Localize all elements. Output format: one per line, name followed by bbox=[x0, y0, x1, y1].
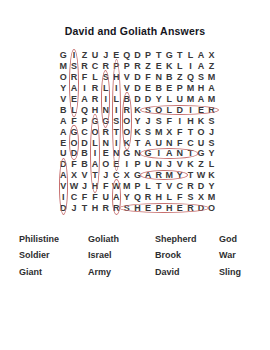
grid-cell-r14c13: S bbox=[185, 192, 196, 203]
grid-cell-r8c6: T bbox=[111, 126, 122, 137]
grid-cell-r2c9: Z bbox=[143, 61, 154, 72]
grid-cell-r2c7: P bbox=[122, 61, 133, 72]
grid-cell-r15c5: R bbox=[100, 202, 111, 213]
grid-cell-r8c7: O bbox=[122, 126, 133, 137]
grid-cell-r10c14: G bbox=[196, 148, 207, 159]
grid-cell-r3c3: F bbox=[79, 72, 90, 83]
grid-cell-r14c8: Q bbox=[132, 192, 143, 203]
grid-cell-r6c7: R bbox=[122, 104, 133, 115]
grid-cell-r8c12: F bbox=[175, 126, 186, 137]
grid-cell-r14c15: M bbox=[206, 192, 217, 203]
word-list-column-2: GoliathIsraelArmy bbox=[88, 231, 119, 280]
grid-cell-r5c4: R bbox=[90, 94, 101, 105]
grid-cell-r3c14: S bbox=[196, 72, 207, 83]
grid-cell-r14c12: F bbox=[175, 192, 186, 203]
word-list-item-sling: Sling bbox=[219, 264, 241, 280]
grid-cell-r5c11: L bbox=[164, 94, 175, 105]
grid-cell-r4c15: A bbox=[206, 83, 217, 94]
word-list-item-israel: Israel bbox=[88, 247, 119, 263]
grid-cell-r4c9: E bbox=[143, 83, 154, 94]
grid-cell-r2c10: E bbox=[153, 61, 164, 72]
grid-cell-r4c3: I bbox=[79, 83, 90, 94]
grid-cell-r9c13: C bbox=[185, 137, 196, 148]
grid-cell-r14c5: U bbox=[100, 192, 111, 203]
word-list-column-3: ShepherdBrookDavid bbox=[155, 231, 197, 280]
grid-cell-r9c1: E bbox=[58, 137, 69, 148]
grid-cell-r12c12: Y bbox=[175, 170, 186, 181]
grid-cell-r4c13: M bbox=[185, 83, 196, 94]
grid-cell-r6c10: O bbox=[153, 104, 164, 115]
grid-cell-r12c2: X bbox=[69, 170, 80, 181]
grid-cell-r7c3: P bbox=[79, 115, 90, 126]
grid-cell-r9c10: U bbox=[153, 137, 164, 148]
grid-cell-r2c1: M bbox=[58, 61, 69, 72]
grid-cell-r3c15: M bbox=[206, 72, 217, 83]
word-search-board: GIZUJEQDPTGTLAXMSRCRPPRZEKLIAZORFLSHVDFN… bbox=[58, 50, 217, 214]
grid-cell-r11c6: E bbox=[111, 159, 122, 170]
word-list-item-philistine: Philistine bbox=[19, 231, 59, 247]
grid-cell-r1c6: E bbox=[111, 50, 122, 61]
grid-cell-r1c2: I bbox=[69, 50, 80, 61]
grid-cell-r3c9: F bbox=[143, 72, 154, 83]
grid-cell-r6c3: Q bbox=[79, 104, 90, 115]
grid-cell-r3c12: Z bbox=[175, 72, 186, 83]
grid-cell-r15c15: O bbox=[206, 202, 217, 213]
grid-cell-r8c9: S bbox=[143, 126, 154, 137]
grid-cell-r13c12: C bbox=[175, 181, 186, 192]
word-list-item-goliath: Goliath bbox=[88, 231, 119, 247]
grid-cell-r6c6: I bbox=[111, 104, 122, 115]
grid-cell-r15c14: D bbox=[196, 202, 207, 213]
grid-cell-r5c2: E bbox=[69, 94, 80, 105]
grid-cell-r2c15: Z bbox=[206, 61, 217, 72]
grid-cell-r10c12: N bbox=[175, 148, 186, 159]
grid-cell-r11c14: Z bbox=[196, 159, 207, 170]
grid-cell-r14c6: A bbox=[111, 192, 122, 203]
grid-cell-r7c2: F bbox=[69, 115, 80, 126]
grid-cell-r9c14: U bbox=[196, 137, 207, 148]
grid-cell-r2c8: R bbox=[132, 61, 143, 72]
grid-cell-r5c13: M bbox=[185, 94, 196, 105]
grid-cell-r13c9: L bbox=[143, 181, 154, 192]
grid-cell-r9c8: T bbox=[132, 137, 143, 148]
word-list-item-god: God bbox=[219, 231, 241, 247]
grid-cell-r7c13: H bbox=[185, 115, 196, 126]
grid-cell-r15c4: H bbox=[90, 202, 101, 213]
grid-cell-r7c5: G bbox=[100, 115, 111, 126]
grid-cell-r1c8: D bbox=[132, 50, 143, 61]
grid-cell-r11c15: L bbox=[206, 159, 217, 170]
grid-cell-r1c5: J bbox=[100, 50, 111, 61]
grid-cell-r12c1: A bbox=[58, 170, 69, 181]
grid-cell-r7c10: S bbox=[153, 115, 164, 126]
grid-cell-r8c13: T bbox=[185, 126, 196, 137]
grid-cell-r10c15: Y bbox=[206, 148, 217, 159]
grid-cell-r11c5: O bbox=[100, 159, 111, 170]
grid-cell-r15c3: T bbox=[79, 202, 90, 213]
grid-cell-r3c11: B bbox=[164, 72, 175, 83]
grid-cell-r14c2: C bbox=[69, 192, 80, 203]
grid-cell-r12c6: C bbox=[111, 170, 122, 181]
page-title: David and Goliath Answers bbox=[0, 25, 270, 37]
worksheet-page: David and Goliath Answers GIZUJEQDPTGTLA… bbox=[0, 0, 270, 350]
grid-cell-r10c8: N bbox=[132, 148, 143, 159]
grid-cell-r11c9: U bbox=[143, 159, 154, 170]
word-list-item-brook: Brook bbox=[155, 247, 197, 263]
grid-cell-r8c3: C bbox=[79, 126, 90, 137]
grid-cell-r2c2: S bbox=[69, 61, 80, 72]
grid-cell-r10c6: N bbox=[111, 148, 122, 159]
grid-cell-r15c10: P bbox=[153, 202, 164, 213]
grid-cell-r13c11: V bbox=[164, 181, 175, 192]
grid-cell-r15c1: D bbox=[58, 202, 69, 213]
grid-cell-r2c13: I bbox=[185, 61, 196, 72]
grid-cell-r2c12: L bbox=[175, 61, 186, 72]
grid-cell-r5c10: Y bbox=[153, 94, 164, 105]
grid-cell-r14c14: X bbox=[196, 192, 207, 203]
grid-cell-r15c9: E bbox=[143, 202, 154, 213]
word-list-item-giant: Giant bbox=[19, 264, 59, 280]
grid-cell-r8c8: K bbox=[132, 126, 143, 137]
grid-cell-r11c2: F bbox=[69, 159, 80, 170]
grid-cell-r7c4: G bbox=[90, 115, 101, 126]
grid-cell-r15c7: S bbox=[122, 202, 133, 213]
word-list-item-war: War bbox=[219, 247, 241, 263]
grid-cell-r7c15: S bbox=[206, 115, 217, 126]
grid-cell-r15c6: R bbox=[111, 202, 122, 213]
grid-cell-r9c15: S bbox=[206, 137, 217, 148]
grid-cell-r14c11: L bbox=[164, 192, 175, 203]
grid-cell-r3c2: R bbox=[69, 72, 80, 83]
grid-cell-r6c1: B bbox=[58, 104, 69, 115]
grid-cell-r3c7: V bbox=[122, 72, 133, 83]
grid-cell-r13c3: J bbox=[79, 181, 90, 192]
grid-cell-r1c13: L bbox=[185, 50, 196, 61]
grid-cell-r5c6: L bbox=[111, 94, 122, 105]
grid-cell-r7c12: I bbox=[175, 115, 186, 126]
grid-cell-r7c1: A bbox=[58, 115, 69, 126]
grid-cell-r14c10: H bbox=[153, 192, 164, 203]
grid-cell-r2c6: P bbox=[111, 61, 122, 72]
grid-cell-r5c12: U bbox=[175, 94, 186, 105]
grid-cell-r3c5: S bbox=[100, 72, 111, 83]
grid-cell-r6c8: K bbox=[132, 104, 143, 115]
grid-cell-r6c13: I bbox=[185, 104, 196, 115]
grid-cell-r8c1: A bbox=[58, 126, 69, 137]
grid-cell-r15c12: E bbox=[175, 202, 186, 213]
grid-cell-r10c7: G bbox=[122, 148, 133, 159]
grid-cell-r10c13: T bbox=[185, 148, 196, 159]
grid-cell-r12c8: G bbox=[132, 170, 143, 181]
grid-cell-r12c4: T bbox=[90, 170, 101, 181]
grid-cell-r13c4: H bbox=[90, 181, 101, 192]
grid-cell-r14c4: F bbox=[90, 192, 101, 203]
grid-cell-r6c15: R bbox=[206, 104, 217, 115]
grid-cell-r9c9: A bbox=[143, 137, 154, 148]
grid-cell-r4c6: I bbox=[111, 83, 122, 94]
grid-cell-r3c6: H bbox=[111, 72, 122, 83]
grid-cell-r7c14: K bbox=[196, 115, 207, 126]
grid-cell-r11c12: V bbox=[175, 159, 186, 170]
grid-cell-r14c7: Y bbox=[122, 192, 133, 203]
grid-cell-r12c11: M bbox=[164, 170, 175, 181]
grid-cell-r7c8: Y bbox=[132, 115, 143, 126]
grid-cell-r1c12: T bbox=[175, 50, 186, 61]
grid-cell-r10c11: A bbox=[164, 148, 175, 159]
grid-cell-r5c3: A bbox=[79, 94, 90, 105]
grid-cell-r4c4: R bbox=[90, 83, 101, 94]
grid-cell-r6c2: L bbox=[69, 104, 80, 115]
grid-cell-r4c8: D bbox=[132, 83, 143, 94]
grid-cell-r6c12: D bbox=[175, 104, 186, 115]
grid-cell-r1c1: G bbox=[58, 50, 69, 61]
grid-cell-r12c9: A bbox=[143, 170, 154, 181]
grid-cell-r12c10: R bbox=[153, 170, 164, 181]
grid-cell-r1c10: T bbox=[153, 50, 164, 61]
grid-cell-r11c4: A bbox=[90, 159, 101, 170]
grid-cell-r9c2: O bbox=[69, 137, 80, 148]
grid-cell-r15c8: H bbox=[132, 202, 143, 213]
grid-cell-r9c3: D bbox=[79, 137, 90, 148]
grid-cell-r2c5: R bbox=[100, 61, 111, 72]
grid-cell-r8c14: O bbox=[196, 126, 207, 137]
grid-cell-r4c5: L bbox=[100, 83, 111, 94]
grid-cell-r4c2: A bbox=[69, 83, 80, 94]
grid-cell-r2c4: C bbox=[90, 61, 101, 72]
grid-cell-r10c1: U bbox=[58, 148, 69, 159]
grid-cell-r7c6: S bbox=[111, 115, 122, 126]
grid-cell-r3c1: O bbox=[58, 72, 69, 83]
grid-cell-r5c8: D bbox=[132, 94, 143, 105]
grid-cell-r13c8: P bbox=[132, 181, 143, 192]
grid-cell-r5c1: V bbox=[58, 94, 69, 105]
grid-cell-r11c8: P bbox=[132, 159, 143, 170]
grid-cell-r8c11: X bbox=[164, 126, 175, 137]
grid-cell-r13c14: D bbox=[196, 181, 207, 192]
grid-cell-r8c4: O bbox=[90, 126, 101, 137]
word-list-item-shepherd: Shepherd bbox=[155, 231, 197, 247]
grid-cell-r12c3: V bbox=[79, 170, 90, 181]
grid-cell-r4c10: B bbox=[153, 83, 164, 94]
grid-cell-r9c12: F bbox=[175, 137, 186, 148]
grid-cell-r3c10: N bbox=[153, 72, 164, 83]
grid-cell-r11c1: D bbox=[58, 159, 69, 170]
letter-grid: GIZUJEQDPTGTLAXMSRCRPPRZEKLIAZORFLSHVDFN… bbox=[58, 50, 217, 213]
grid-cell-r14c3: F bbox=[79, 192, 90, 203]
grid-cell-r12c7: X bbox=[122, 170, 133, 181]
grid-cell-r1c3: Z bbox=[79, 50, 90, 61]
grid-cell-r8c10: M bbox=[153, 126, 164, 137]
grid-cell-r9c7: K bbox=[122, 137, 133, 148]
grid-cell-r9c11: N bbox=[164, 137, 175, 148]
grid-cell-r12c14: W bbox=[196, 170, 207, 181]
grid-cell-r4c12: P bbox=[175, 83, 186, 94]
grid-cell-r11c7: I bbox=[122, 159, 133, 170]
grid-cell-r5c15: M bbox=[206, 94, 217, 105]
word-list-column-1: PhilistineSoldierGiant bbox=[19, 231, 59, 280]
grid-cell-r5c14: A bbox=[196, 94, 207, 105]
grid-cell-r11c11: J bbox=[164, 159, 175, 170]
grid-cell-r14c9: R bbox=[143, 192, 154, 203]
grid-cell-r3c4: L bbox=[90, 72, 101, 83]
grid-cell-r13c2: W bbox=[69, 181, 80, 192]
grid-cell-r4c11: E bbox=[164, 83, 175, 94]
grid-cell-r13c1: V bbox=[58, 181, 69, 192]
grid-cell-r6c14: E bbox=[196, 104, 207, 115]
grid-cell-r10c3: B bbox=[79, 148, 90, 159]
grid-cell-r10c5: E bbox=[100, 148, 111, 159]
grid-cell-r2c14: A bbox=[196, 61, 207, 72]
grid-cell-r13c7: M bbox=[122, 181, 133, 192]
grid-cell-r1c9: P bbox=[143, 50, 154, 61]
grid-cell-r6c5: N bbox=[100, 104, 111, 115]
grid-cell-r5c5: I bbox=[100, 94, 111, 105]
grid-cell-r1c15: X bbox=[206, 50, 217, 61]
grid-cell-r3c8: D bbox=[132, 72, 143, 83]
word-list-item-david: David bbox=[155, 264, 197, 280]
grid-cell-r5c9: D bbox=[143, 94, 154, 105]
grid-cell-r13c5: F bbox=[100, 181, 111, 192]
grid-cell-r7c7: O bbox=[122, 115, 133, 126]
grid-cell-r6c9: S bbox=[143, 104, 154, 115]
grid-cell-r9c6: I bbox=[111, 137, 122, 148]
grid-cell-r4c7: V bbox=[122, 83, 133, 94]
grid-cell-r15c13: R bbox=[185, 202, 196, 213]
grid-cell-r7c11: F bbox=[164, 115, 175, 126]
grid-cell-r15c2: J bbox=[69, 202, 80, 213]
grid-cell-r3c13: Q bbox=[185, 72, 196, 83]
grid-cell-r13c13: R bbox=[185, 181, 196, 192]
grid-cell-r4c14: H bbox=[196, 83, 207, 94]
grid-cell-r13c15: Y bbox=[206, 181, 217, 192]
grid-cell-r8c2: G bbox=[69, 126, 80, 137]
grid-cell-r6c4: H bbox=[90, 104, 101, 115]
grid-cell-r9c5: N bbox=[100, 137, 111, 148]
grid-cell-r12c13: T bbox=[185, 170, 196, 181]
grid-cell-r6c11: L bbox=[164, 104, 175, 115]
grid-cell-r10c10: I bbox=[153, 148, 164, 159]
grid-cell-r9c4: L bbox=[90, 137, 101, 148]
word-list-column-4: GodWarSling bbox=[219, 231, 241, 280]
grid-cell-r2c3: R bbox=[79, 61, 90, 72]
grid-cell-r11c3: B bbox=[79, 159, 90, 170]
grid-cell-r7c9: J bbox=[143, 115, 154, 126]
grid-cell-r1c14: A bbox=[196, 50, 207, 61]
grid-cell-r13c6: W bbox=[111, 181, 122, 192]
grid-cell-r11c13: K bbox=[185, 159, 196, 170]
grid-cell-r10c9: G bbox=[143, 148, 154, 159]
word-list-item-army: Army bbox=[88, 264, 119, 280]
grid-cell-r13c10: T bbox=[153, 181, 164, 192]
grid-cell-r8c15: J bbox=[206, 126, 217, 137]
grid-cell-r5c7: B bbox=[122, 94, 133, 105]
grid-cell-r2c11: K bbox=[164, 61, 175, 72]
grid-cell-r1c11: G bbox=[164, 50, 175, 61]
word-list-item-soldier: Soldier bbox=[19, 247, 59, 263]
grid-cell-r15c11: H bbox=[164, 202, 175, 213]
grid-cell-r1c4: U bbox=[90, 50, 101, 61]
grid-cell-r4c1: Y bbox=[58, 83, 69, 94]
grid-cell-r10c4: I bbox=[90, 148, 101, 159]
grid-cell-r1c7: Q bbox=[122, 50, 133, 61]
grid-cell-r12c15: K bbox=[206, 170, 217, 181]
grid-cell-r8c5: R bbox=[100, 126, 111, 137]
grid-cell-r14c1: I bbox=[58, 192, 69, 203]
grid-cell-r10c2: D bbox=[69, 148, 80, 159]
grid-cell-r12c5: J bbox=[100, 170, 111, 181]
grid-cell-r11c10: N bbox=[153, 159, 164, 170]
